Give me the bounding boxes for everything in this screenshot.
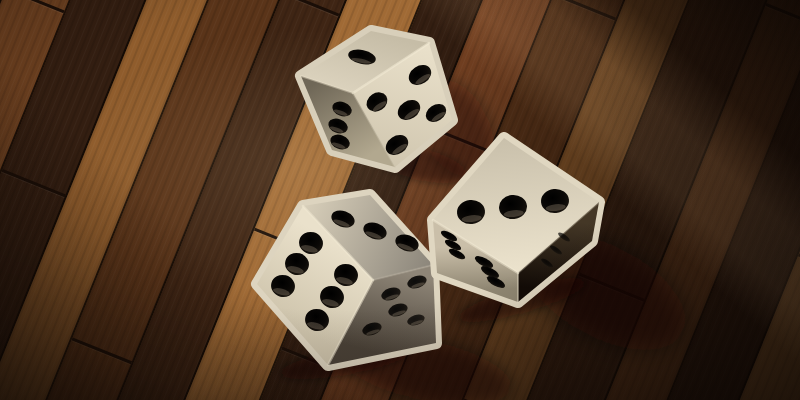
dice-svg <box>0 0 800 400</box>
die-2 <box>257 195 436 365</box>
scene <box>0 0 800 400</box>
